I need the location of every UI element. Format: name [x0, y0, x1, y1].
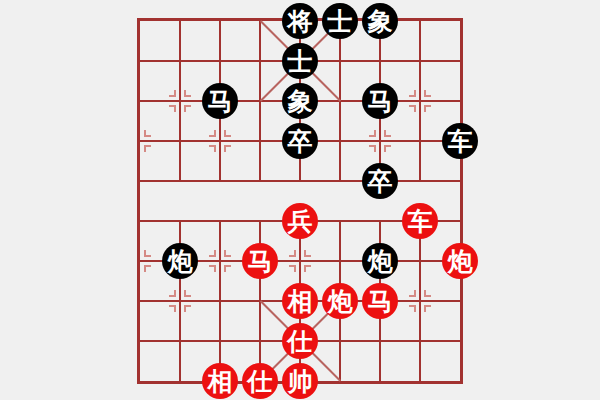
board-point: 车: [440, 121, 480, 161]
piece-red-general[interactable]: 帅: [282, 363, 318, 399]
board-point: 仕: [240, 361, 280, 400]
board-point: 象: [280, 81, 320, 121]
piece-black-advisor[interactable]: 士: [322, 3, 358, 39]
piece-red-horse[interactable]: 马: [242, 243, 278, 279]
xiangqi-board: 将士象士马象马卒车卒兵车炮马炮炮相炮马仕相仕帅: [0, 0, 600, 400]
board-point: 仕: [280, 321, 320, 361]
piece-black-elephant[interactable]: 象: [362, 3, 398, 39]
board-point: 炮: [160, 241, 200, 281]
piece-black-soldier[interactable]: 卒: [362, 163, 398, 199]
board-point: 相: [280, 281, 320, 321]
piece-grid: 将士象士马象马卒车卒兵车炮马炮炮相炮马仕相仕帅: [120, 1, 480, 400]
piece-red-advisor[interactable]: 仕: [242, 363, 278, 399]
piece-red-elephant[interactable]: 相: [202, 363, 238, 399]
piece-black-cannon[interactable]: 炮: [162, 243, 198, 279]
board-point: 车: [400, 201, 440, 241]
piece-red-soldier[interactable]: 兵: [282, 203, 318, 239]
piece-black-general[interactable]: 将: [282, 3, 318, 39]
board-point: 士: [320, 1, 360, 41]
piece-red-cannon[interactable]: 炮: [442, 243, 478, 279]
piece-black-advisor[interactable]: 士: [282, 43, 318, 79]
board-point: 马: [200, 81, 240, 121]
board-point: 卒: [360, 161, 400, 201]
piece-black-horse[interactable]: 马: [202, 83, 238, 119]
board-point: 马: [360, 281, 400, 321]
piece-red-elephant[interactable]: 相: [282, 283, 318, 319]
piece-black-chariot[interactable]: 车: [442, 123, 478, 159]
piece-black-soldier[interactable]: 卒: [282, 123, 318, 159]
piece-red-chariot[interactable]: 车: [402, 203, 438, 239]
piece-black-cannon[interactable]: 炮: [362, 243, 398, 279]
board-point: 炮: [440, 241, 480, 281]
piece-black-elephant[interactable]: 象: [282, 83, 318, 119]
board-point: 象: [360, 1, 400, 41]
board-point: 帅: [280, 361, 320, 400]
board-point: 兵: [280, 201, 320, 241]
board-point: 马: [240, 241, 280, 281]
board-point: 炮: [320, 281, 360, 321]
board-point: 炮: [360, 241, 400, 281]
board-point: 士: [280, 41, 320, 81]
board-point: 相: [200, 361, 240, 400]
piece-red-horse[interactable]: 马: [362, 283, 398, 319]
board-point: 卒: [280, 121, 320, 161]
piece-black-horse[interactable]: 马: [362, 83, 398, 119]
piece-red-advisor[interactable]: 仕: [282, 323, 318, 359]
board-point: 马: [360, 81, 400, 121]
board-point: 将: [280, 1, 320, 41]
piece-red-cannon[interactable]: 炮: [322, 283, 358, 319]
